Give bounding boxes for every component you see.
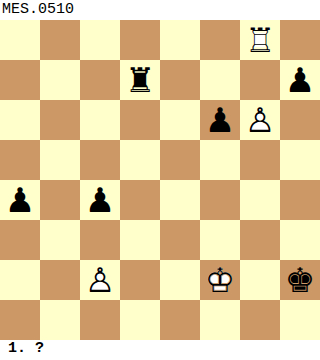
square-g5[interactable] [240,140,280,180]
square-a5[interactable] [0,140,40,180]
square-d8[interactable] [120,20,160,60]
square-f4[interactable] [200,180,240,220]
black-king-piece: ♚ [280,260,320,300]
chess-board: ♜♖♜♟♟♟♙♟♟♟♙♚♔♚ [0,20,320,340]
square-h8[interactable] [280,20,320,60]
square-c1[interactable] [80,300,120,340]
square-c3[interactable] [80,220,120,260]
square-a2[interactable] [0,260,40,300]
square-e3[interactable] [160,220,200,260]
square-h7[interactable]: ♟ [280,60,320,100]
square-h2[interactable]: ♚ [280,260,320,300]
square-e2[interactable] [160,260,200,300]
square-h5[interactable] [280,140,320,180]
puzzle-id: MES.0510 [0,0,320,20]
square-c5[interactable] [80,140,120,180]
square-e1[interactable] [160,300,200,340]
square-g4[interactable] [240,180,280,220]
square-h1[interactable] [280,300,320,340]
square-d7[interactable]: ♜ [120,60,160,100]
square-f6[interactable]: ♟ [200,100,240,140]
square-c7[interactable] [80,60,120,100]
square-a3[interactable] [0,220,40,260]
square-f7[interactable] [200,60,240,100]
square-e6[interactable] [160,100,200,140]
square-b2[interactable] [40,260,80,300]
square-d3[interactable] [120,220,160,260]
square-e8[interactable] [160,20,200,60]
square-e5[interactable] [160,140,200,180]
square-f2[interactable]: ♚♔ [200,260,240,300]
square-g7[interactable] [240,60,280,100]
square-b1[interactable] [40,300,80,340]
square-a7[interactable] [0,60,40,100]
square-b7[interactable] [40,60,80,100]
square-b5[interactable] [40,140,80,180]
square-a8[interactable] [0,20,40,60]
white-pawn-piece: ♟♙ [240,100,280,140]
square-h3[interactable] [280,220,320,260]
square-d5[interactable] [120,140,160,180]
square-g6[interactable]: ♟♙ [240,100,280,140]
square-g3[interactable] [240,220,280,260]
square-b8[interactable] [40,20,80,60]
black-pawn-piece: ♟ [280,60,320,100]
square-a6[interactable] [0,100,40,140]
square-b6[interactable] [40,100,80,140]
black-rook-piece: ♜ [120,60,160,100]
square-g8[interactable]: ♜♖ [240,20,280,60]
square-f8[interactable] [200,20,240,60]
square-b4[interactable] [40,180,80,220]
square-d2[interactable] [120,260,160,300]
square-d6[interactable] [120,100,160,140]
square-f5[interactable] [200,140,240,180]
square-d1[interactable] [120,300,160,340]
square-c8[interactable] [80,20,120,60]
square-g2[interactable] [240,260,280,300]
square-a1[interactable] [0,300,40,340]
black-pawn-piece: ♟ [80,180,120,220]
square-e4[interactable] [160,180,200,220]
square-d4[interactable] [120,180,160,220]
square-g1[interactable] [240,300,280,340]
square-b3[interactable] [40,220,80,260]
square-c6[interactable] [80,100,120,140]
square-e7[interactable] [160,60,200,100]
white-pawn-piece: ♟♙ [80,260,120,300]
square-c4[interactable]: ♟ [80,180,120,220]
white-rook-piece: ♜♖ [240,20,280,60]
black-pawn-piece: ♟ [0,180,40,220]
square-f3[interactable] [200,220,240,260]
chess-puzzle-app: MES.0510 ♜♖♜♟♟♟♙♟♟♟♙♚♔♚ 1. ? [0,0,320,360]
black-pawn-piece: ♟ [200,100,240,140]
white-king-piece: ♚♔ [200,260,240,300]
square-h4[interactable] [280,180,320,220]
move-prompt: 1. ? [0,340,320,360]
square-h6[interactable] [280,100,320,140]
square-c2[interactable]: ♟♙ [80,260,120,300]
square-a4[interactable]: ♟ [0,180,40,220]
square-f1[interactable] [200,300,240,340]
